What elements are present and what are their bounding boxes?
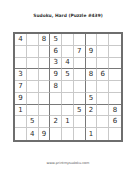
sudoku-cell-r2c1 bbox=[15, 46, 27, 58]
sudoku-cell-r8c3 bbox=[39, 116, 51, 128]
sudoku-cell-r6c9 bbox=[109, 93, 121, 105]
sudoku-cell-r4c2 bbox=[27, 69, 39, 81]
sudoku-cell-r7c9: 8 bbox=[109, 105, 121, 117]
sudoku-cell-r4c1: 3 bbox=[15, 69, 27, 81]
sudoku-cell-r4c4: 9 bbox=[50, 69, 62, 81]
sudoku-cell-r6c5 bbox=[62, 93, 74, 105]
sudoku-cell-r6c6 bbox=[74, 93, 86, 105]
sudoku-cell-r8c5: 1 bbox=[62, 116, 74, 128]
sudoku-cell-r2c5 bbox=[62, 46, 74, 58]
sudoku-cell-r1c9 bbox=[109, 34, 121, 46]
sudoku-cell-r6c7: 5 bbox=[86, 93, 98, 105]
sudoku-cell-r7c5 bbox=[62, 105, 74, 117]
sudoku-cell-r2c7: 9 bbox=[86, 46, 98, 58]
sudoku-cell-r8c9: 6 bbox=[109, 116, 121, 128]
sudoku-cell-r3c6 bbox=[74, 58, 86, 70]
page-title: Sudoku, Hard (Puzzle #439) bbox=[0, 13, 136, 18]
sudoku-cell-r2c2 bbox=[27, 46, 39, 58]
sudoku-cell-r9c8 bbox=[97, 128, 109, 140]
sudoku-cell-r9c5 bbox=[62, 128, 74, 140]
sudoku-cell-r7c2 bbox=[27, 105, 39, 117]
sudoku-sheet: { "game": "sudoku", "title": "Sudoku, Ha… bbox=[0, 0, 136, 176]
sudoku-cell-r4c8: 6 bbox=[97, 69, 109, 81]
sudoku-cell-r3c2 bbox=[27, 58, 39, 70]
sudoku-cell-r8c8 bbox=[97, 116, 109, 128]
sudoku-cell-r7c7: 2 bbox=[86, 105, 98, 117]
sudoku-cell-r6c4 bbox=[50, 93, 62, 105]
sudoku-cell-r3c7 bbox=[86, 58, 98, 70]
sudoku-cell-r8c6 bbox=[74, 116, 86, 128]
sudoku-cell-r2c9 bbox=[109, 46, 121, 58]
sudoku-cell-r5c6 bbox=[74, 81, 86, 93]
sudoku-cell-r3c5: 4 bbox=[62, 58, 74, 70]
sudoku-cell-r8c1 bbox=[15, 116, 27, 128]
sudoku-cell-r5c5 bbox=[62, 81, 74, 93]
sudoku-cell-r9c9 bbox=[109, 128, 121, 140]
sudoku-cell-r3c9 bbox=[109, 58, 121, 70]
sudoku-cell-r4c3 bbox=[39, 69, 51, 81]
sudoku-cell-r8c7 bbox=[86, 116, 98, 128]
sudoku-cell-r1c2 bbox=[27, 34, 39, 46]
sudoku-cell-r7c8 bbox=[97, 105, 109, 117]
sudoku-cell-r1c8 bbox=[97, 34, 109, 46]
sudoku-cell-r7c1: 1 bbox=[15, 105, 27, 117]
sudoku-cell-r2c6: 7 bbox=[74, 46, 86, 58]
sudoku-cell-r9c7: 1 bbox=[86, 128, 98, 140]
sudoku-cell-r5c7 bbox=[86, 81, 98, 93]
sudoku-cell-r1c5 bbox=[62, 34, 74, 46]
sudoku-cell-r8c2: 5 bbox=[27, 116, 39, 128]
sudoku-cell-r5c9 bbox=[109, 81, 121, 93]
sudoku-cell-r7c3 bbox=[39, 105, 51, 117]
sudoku-cell-r1c6 bbox=[74, 34, 86, 46]
sudoku-cell-r5c1: 7 bbox=[15, 81, 27, 93]
sudoku-cell-r6c3 bbox=[39, 93, 51, 105]
sudoku-cell-r8c4: 2 bbox=[50, 116, 62, 128]
sudoku-cell-r1c4: 5 bbox=[50, 34, 62, 46]
sudoku-cell-r5c8 bbox=[97, 81, 109, 93]
sudoku-cell-r4c5: 5 bbox=[62, 69, 74, 81]
sudoku-cell-r4c9 bbox=[109, 69, 121, 81]
sudoku-cell-r3c3 bbox=[39, 58, 51, 70]
sudoku-cell-r4c6 bbox=[74, 69, 86, 81]
footer-url: www.printmysudoku.com bbox=[0, 161, 136, 165]
sudoku-cell-r3c4: 3 bbox=[50, 58, 62, 70]
sudoku-cell-r5c4: 8 bbox=[50, 81, 62, 93]
sudoku-cell-r1c1: 4 bbox=[15, 34, 27, 46]
sudoku-cell-r4c7: 8 bbox=[86, 69, 98, 81]
sudoku-cell-r5c3 bbox=[39, 81, 51, 93]
sudoku-cell-r9c6 bbox=[74, 128, 86, 140]
sudoku-cell-r5c2 bbox=[27, 81, 39, 93]
sudoku-cell-r6c2 bbox=[27, 93, 39, 105]
sudoku-cell-r3c8 bbox=[97, 58, 109, 70]
sudoku-cell-r2c4: 6 bbox=[50, 46, 62, 58]
sudoku-cell-r9c4 bbox=[50, 128, 62, 140]
sudoku-cell-r1c7 bbox=[86, 34, 98, 46]
sudoku-cell-r2c3 bbox=[39, 46, 51, 58]
sudoku-cell-r1c3: 8 bbox=[39, 34, 51, 46]
sudoku-cell-r9c3: 9 bbox=[39, 128, 51, 140]
sudoku-cell-r9c1 bbox=[15, 128, 27, 140]
sudoku-cell-r9c2: 4 bbox=[27, 128, 39, 140]
sudoku-cell-r3c1 bbox=[15, 58, 27, 70]
sudoku-grid: 4856793439586789515285216491 bbox=[13, 32, 123, 142]
sudoku-cell-r7c4 bbox=[50, 105, 62, 117]
sudoku-cell-r6c1: 9 bbox=[15, 93, 27, 105]
sudoku-cell-r2c8 bbox=[97, 46, 109, 58]
sudoku-cell-r7c6: 5 bbox=[74, 105, 86, 117]
page: Sudoku, Hard (Puzzle #439) 4856793439586… bbox=[0, 0, 136, 176]
sudoku-cell-r6c8 bbox=[97, 93, 109, 105]
